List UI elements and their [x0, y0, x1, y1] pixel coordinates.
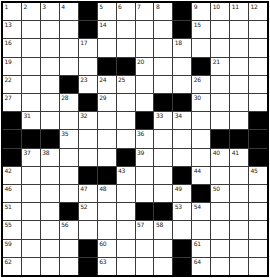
crossword-cell-r1c4[interactable]: 4: [60, 3, 78, 20]
crossword-cell-r4c13[interactable]: [230, 58, 248, 75]
clue-number: 53: [175, 203, 182, 210]
clue-number: 13: [5, 21, 12, 28]
crossword-cell-r8c7[interactable]: [117, 130, 135, 147]
clue-number: 42: [5, 167, 12, 174]
crossword-cell-r15c11[interactable]: 64: [192, 258, 210, 275]
crossword-cell-r14c1[interactable]: 59: [3, 240, 21, 257]
crossword-cell-r13c9[interactable]: 58: [154, 221, 172, 238]
crossword-cell-r6c13[interactable]: [230, 94, 248, 111]
clue-number: 19: [5, 58, 12, 65]
clue-number: 33: [156, 112, 163, 119]
crossword-cell-r3c12[interactable]: [211, 39, 229, 56]
clue-number: 11: [232, 3, 239, 10]
clue-number: 35: [61, 130, 68, 137]
crossword-cell-r7c10[interactable]: 34: [173, 112, 191, 129]
crossword-cell-r9c8[interactable]: 39: [136, 149, 154, 166]
crossword-cell-r12c7[interactable]: [117, 203, 135, 220]
black-square-r8c1: [3, 130, 21, 147]
crossword-cell-r5c5[interactable]: 23: [79, 76, 97, 93]
crossword-cell-r15c4[interactable]: [60, 258, 78, 275]
black-square-r15c5: [79, 258, 97, 275]
black-square-r6c9: [154, 94, 172, 111]
crossword-cell-r7c4[interactable]: [60, 112, 78, 129]
crossword-cell-r9c4[interactable]: [60, 149, 78, 166]
clue-number: 14: [99, 21, 106, 28]
crossword-cell-r10c13[interactable]: [230, 167, 248, 184]
black-square-r7c1: [3, 112, 21, 129]
crossword-cell-r12c10[interactable]: 53: [173, 203, 191, 220]
clue-number: 36: [137, 130, 144, 137]
crossword-cell-r11c5[interactable]: 47: [79, 185, 97, 202]
crossword-cell-r2c4[interactable]: [60, 21, 78, 38]
crossword-cell-r10c8[interactable]: [136, 167, 154, 184]
crossword-cell-r10c9[interactable]: [154, 167, 172, 184]
black-square-r8c3: [41, 130, 59, 147]
crossword-cell-r10c14[interactable]: 45: [249, 167, 267, 184]
crossword-cell-r6c4[interactable]: 28: [60, 94, 78, 111]
clue-number: 55: [5, 221, 12, 228]
crossword-cell-r3c14[interactable]: [249, 39, 267, 56]
crossword-cell-r1c8[interactable]: 7: [136, 3, 154, 20]
crossword-cell-r9c6[interactable]: [98, 149, 116, 166]
crossword-cell-r14c9[interactable]: [154, 240, 172, 257]
crossword-cell-r14c12[interactable]: [211, 240, 229, 257]
crossword-cell-r13c2[interactable]: [22, 221, 40, 238]
crossword-cell-r8c6[interactable]: [98, 130, 116, 147]
crossword-cell-r9c5[interactable]: [79, 149, 97, 166]
crossword-cell-r13c3[interactable]: [41, 221, 59, 238]
crossword-cell-r6c14[interactable]: [249, 94, 267, 111]
clue-number: 5: [99, 3, 103, 10]
black-square-r9c7: [117, 149, 135, 166]
clue-number: 61: [194, 240, 201, 247]
crossword-cell-r7c12[interactable]: [211, 112, 229, 129]
clue-number: 4: [61, 3, 65, 10]
clue-number: 48: [99, 185, 106, 192]
black-square-r10c6: [98, 167, 116, 184]
clue-number: 20: [137, 58, 144, 65]
crossword-cell-r6c1[interactable]: 27: [3, 94, 21, 111]
clue-number: 60: [99, 240, 106, 247]
crossword-cell-r13c8[interactable]: 57: [136, 221, 154, 238]
black-square-r14c10: [173, 240, 191, 257]
clue-number: 41: [232, 149, 239, 156]
black-square-r14c5: [79, 240, 97, 257]
clue-number: 15: [194, 21, 201, 28]
crossword-cell-r10c11[interactable]: 44: [192, 167, 210, 184]
crossword-cell-r6c12[interactable]: [211, 94, 229, 111]
crossword-cell-r3c4[interactable]: [60, 39, 78, 56]
crossword-cell-r13c14[interactable]: [249, 221, 267, 238]
crossword-cell-r4c14[interactable]: [249, 58, 267, 75]
crossword-cell-r12c5[interactable]: 52: [79, 203, 97, 220]
crossword-cell-r12c3[interactable]: [41, 203, 59, 220]
crossword-cell-r5c11[interactable]: 26: [192, 76, 210, 93]
crossword-cell-r4c4[interactable]: [60, 58, 78, 75]
clue-number: 49: [175, 185, 182, 192]
crossword-cell-r10c4[interactable]: [60, 167, 78, 184]
crossword-cell-r1c13[interactable]: 11: [230, 3, 248, 20]
black-square-r10c10: [173, 167, 191, 184]
clue-number: 3: [42, 3, 46, 10]
crossword-cell-r3c7[interactable]: [117, 39, 135, 56]
clue-number: 32: [80, 112, 87, 119]
crossword-cell-r2c13[interactable]: [230, 21, 248, 38]
clue-number: 59: [5, 240, 12, 247]
crossword-cell-r4c8[interactable]: 20: [136, 58, 154, 75]
clue-number: 12: [251, 3, 258, 10]
black-square-r12c9: [154, 203, 172, 220]
clue-number: 37: [23, 149, 30, 156]
crossword-cell-r7c5[interactable]: 32: [79, 112, 97, 129]
crossword-cell-r5c2[interactable]: [22, 76, 40, 93]
black-square-r8c13: [230, 130, 248, 147]
crossword-cell-r3c8[interactable]: [136, 39, 154, 56]
crossword-cell-r1c14[interactable]: 12: [249, 3, 267, 20]
crossword-cell-r5c12[interactable]: [211, 76, 229, 93]
clue-number: 24: [99, 76, 106, 83]
crossword-cell-r15c12[interactable]: [211, 258, 229, 275]
crossword-cell-r4c2[interactable]: [22, 58, 40, 75]
crossword-cell-r5c1[interactable]: 22: [3, 76, 21, 93]
crossword-cell-r2c6[interactable]: 14: [98, 21, 116, 38]
clue-number: 16: [5, 39, 12, 46]
crossword-cell-r7c11[interactable]: [192, 112, 210, 129]
clue-number: 43: [118, 167, 125, 174]
crossword-cell-r9c3[interactable]: 38: [41, 149, 59, 166]
crossword-cell-r13c11[interactable]: [192, 221, 210, 238]
crossword-cell-r6c3[interactable]: [41, 94, 59, 111]
crossword-cell-r3c10[interactable]: 18: [173, 39, 191, 56]
crossword-cell-r14c7[interactable]: [117, 240, 135, 257]
crossword-cell-r3c2[interactable]: [22, 39, 40, 56]
crossword-cell-r10c12[interactable]: [211, 167, 229, 184]
clue-number: 58: [156, 221, 163, 228]
black-square-r1c10: [173, 3, 191, 20]
crossword-cell-r2c3[interactable]: [41, 21, 59, 38]
crossword-cell-r2c11[interactable]: 15: [192, 21, 210, 38]
crossword-cell-r14c4[interactable]: [60, 240, 78, 257]
crossword-cell-r1c2[interactable]: 2: [22, 3, 40, 20]
crossword-cell-r8c9[interactable]: [154, 130, 172, 147]
crossword-cell-r8c4[interactable]: 35: [60, 130, 78, 147]
crossword-cell-r2c12[interactable]: [211, 21, 229, 38]
crossword-cell-r12c11[interactable]: 54: [192, 203, 210, 220]
black-square-r8c2: [22, 130, 40, 147]
clue-number: 29: [99, 94, 106, 101]
crossword-cell-r8c5[interactable]: [79, 130, 97, 147]
clue-number: 6: [118, 3, 122, 10]
crossword-cell-r15c7[interactable]: [117, 258, 135, 275]
crossword-cell-r15c1[interactable]: 62: [3, 258, 21, 275]
clue-number: 38: [42, 149, 49, 156]
clue-number: 23: [80, 76, 87, 83]
crossword-cell-r2c8[interactable]: [136, 21, 154, 38]
clue-number: 7: [137, 3, 141, 10]
crossword-cell-r15c9[interactable]: [154, 258, 172, 275]
crossword-cell-r3c9[interactable]: [154, 39, 172, 56]
crossword-cell-r1c3[interactable]: 3: [41, 3, 59, 20]
crossword-cell-r9c12[interactable]: 40: [211, 149, 229, 166]
crossword-cell-r4c9[interactable]: [154, 58, 172, 75]
crossword-cell-r9c11[interactable]: [192, 149, 210, 166]
black-square-r5c4: [60, 76, 78, 93]
crossword-cell-r11c3[interactable]: [41, 185, 59, 202]
crossword-cell-r11c2[interactable]: [22, 185, 40, 202]
crossword-cell-r11c8[interactable]: [136, 185, 154, 202]
clue-number: 22: [5, 76, 12, 83]
black-square-r8c14: [249, 130, 267, 147]
crossword-cell-r8c10[interactable]: [173, 130, 191, 147]
black-square-r10c5: [79, 167, 97, 184]
crossword-cell-r3c11[interactable]: [192, 39, 210, 56]
clue-number: 63: [99, 258, 106, 265]
clue-number: 40: [213, 149, 220, 156]
crossword-cell-r7c3[interactable]: [41, 112, 59, 129]
crossword-cell-r1c11[interactable]: 9: [192, 3, 210, 20]
clue-number: 10: [213, 3, 220, 10]
crossword-cell-r12c12[interactable]: [211, 203, 229, 220]
crossword-cell-r12c1[interactable]: 51: [3, 203, 21, 220]
crossword-cell-r14c13[interactable]: [230, 240, 248, 257]
clue-number: 62: [5, 258, 12, 265]
crossword-cell-r10c2[interactable]: [22, 167, 40, 184]
crossword-cell-r5c9[interactable]: [154, 76, 172, 93]
crossword-cell-r3c6[interactable]: [98, 39, 116, 56]
black-square-r9c1: [3, 149, 21, 166]
crossword-cell-r11c10[interactable]: 49: [173, 185, 191, 202]
crossword-cell-r4c10[interactable]: [173, 58, 191, 75]
crossword-cell-r1c1[interactable]: 1: [3, 3, 21, 20]
crossword-cell-r7c7[interactable]: [117, 112, 135, 129]
crossword-cell-r15c8[interactable]: [136, 258, 154, 275]
crossword-cell-r5c3[interactable]: [41, 76, 59, 93]
black-square-r15c10: [173, 258, 191, 275]
crossword-cell-r6c2[interactable]: [22, 94, 40, 111]
clue-number: 8: [156, 3, 160, 10]
crossword-cell-r10c3[interactable]: [41, 167, 59, 184]
crossword-cell-r13c13[interactable]: [230, 221, 248, 238]
crossword-cell-r3c13[interactable]: [230, 39, 248, 56]
crossword-cell-r13c7[interactable]: [117, 221, 135, 238]
crossword-cell-r11c1[interactable]: 46: [3, 185, 21, 202]
black-square-r4c11: [192, 58, 210, 75]
clue-number: 54: [194, 203, 201, 210]
black-square-r11c11: [192, 185, 210, 202]
crossword-cell-r10c1[interactable]: 42: [3, 167, 21, 184]
crossword-cell-r3c1[interactable]: 16: [3, 39, 21, 56]
clue-number: 25: [118, 76, 125, 83]
crossword-cell-r6c8[interactable]: [136, 94, 154, 111]
crossword-cell-r9c10[interactable]: [173, 149, 191, 166]
crossword-cell-r9c9[interactable]: [154, 149, 172, 166]
crossword-cell-r3c5[interactable]: 17: [79, 39, 97, 56]
black-square-r12c4: [60, 203, 78, 220]
crossword-cell-r7c2[interactable]: 31: [22, 112, 40, 129]
crossword-cell-r12c13[interactable]: [230, 203, 248, 220]
crossword-cell-r11c9[interactable]: [154, 185, 172, 202]
crossword-cell-r1c12[interactable]: 10: [211, 3, 229, 20]
clue-number: 50: [213, 185, 220, 192]
crossword-cell-r2c2[interactable]: [22, 21, 40, 38]
crossword-cell-r13c12[interactable]: [211, 221, 229, 238]
crossword-board: 1234567891011121314151617181920212223242…: [1, 1, 269, 277]
crossword-cell-r2c14[interactable]: [249, 21, 267, 38]
crossword-cell-r1c6[interactable]: 5: [98, 3, 116, 20]
clue-number: 46: [5, 185, 12, 192]
clue-number: 57: [137, 221, 144, 228]
crossword-cell-r5c10[interactable]: [173, 76, 191, 93]
black-square-r2c5: [79, 21, 97, 38]
crossword-cell-r6c6[interactable]: 29: [98, 94, 116, 111]
crossword-cell-r13c1[interactable]: 55: [3, 221, 21, 238]
clue-number: 2: [23, 3, 27, 10]
crossword-cell-r11c6[interactable]: 48: [98, 185, 116, 202]
crossword-cell-r14c2[interactable]: [22, 240, 40, 257]
black-square-r8c12: [211, 130, 229, 147]
crossword-cell-r15c6[interactable]: 63: [98, 258, 116, 275]
clue-number: 18: [175, 39, 182, 46]
crossword-cell-r11c12[interactable]: 50: [211, 185, 229, 202]
crossword-cell-r1c9[interactable]: 8: [154, 3, 172, 20]
clue-number: 34: [175, 112, 182, 119]
black-square-r1c5: [79, 3, 97, 20]
black-square-r4c6: [98, 58, 116, 75]
crossword-cell-r5c6[interactable]: 24: [98, 76, 116, 93]
black-square-r4c7: [117, 58, 135, 75]
clue-number: 51: [5, 203, 12, 210]
crossword-cell-r13c10[interactable]: [173, 221, 191, 238]
black-square-r7c8: [136, 112, 154, 129]
crossword-cell-r12c14[interactable]: [249, 203, 267, 220]
crossword-cell-r7c13[interactable]: [230, 112, 248, 129]
clue-number: 52: [80, 203, 87, 210]
black-square-r6c5: [79, 94, 97, 111]
clue-number: 1: [5, 3, 9, 10]
crossword-cell-r10c7[interactable]: 43: [117, 167, 135, 184]
clue-number: 17: [80, 39, 87, 46]
crossword-cell-r11c4[interactable]: [60, 185, 78, 202]
crossword-cell-r2c7[interactable]: [117, 21, 135, 38]
black-square-r7c14: [249, 112, 267, 129]
crossword-cell-r5c13[interactable]: [230, 76, 248, 93]
crossword-cell-r14c8[interactable]: [136, 240, 154, 257]
clue-number: 26: [194, 76, 201, 83]
crossword-cell-r11c14[interactable]: [249, 185, 267, 202]
crossword-cell-r9c13[interactable]: 41: [230, 149, 248, 166]
clue-number: 47: [80, 185, 87, 192]
crossword-cell-r12c2[interactable]: [22, 203, 40, 220]
black-square-r6c10: [173, 94, 191, 111]
crossword-cell-r11c13[interactable]: [230, 185, 248, 202]
clue-number: 39: [137, 149, 144, 156]
crossword-cell-r8c11[interactable]: [192, 130, 210, 147]
crossword-cell-r15c14[interactable]: [249, 258, 267, 275]
clue-number: 64: [194, 258, 201, 265]
clue-number: 45: [251, 167, 258, 174]
crossword-cell-r3c3[interactable]: [41, 39, 59, 56]
crossword-cell-r4c5[interactable]: [79, 58, 97, 75]
crossword-cell-r6c11[interactable]: 30: [192, 94, 210, 111]
crossword-cell-r13c5[interactable]: [79, 221, 97, 238]
crossword-cell-r2c9[interactable]: [154, 21, 172, 38]
clue-number: 44: [194, 167, 201, 174]
clue-number: 9: [194, 3, 198, 10]
crossword-cell-r11c7[interactable]: [117, 185, 135, 202]
crossword-cell-r15c3[interactable]: [41, 258, 59, 275]
black-square-r9c14: [249, 149, 267, 166]
crossword-cell-r1c7[interactable]: 6: [117, 3, 135, 20]
clue-number: 21: [213, 58, 220, 65]
crossword-cell-r13c4[interactable]: 56: [60, 221, 78, 238]
crossword-cell-r12c6[interactable]: [98, 203, 116, 220]
clue-number: 31: [23, 112, 30, 119]
crossword-cell-r15c13[interactable]: [230, 258, 248, 275]
crossword-cell-r2c1[interactable]: 13: [3, 21, 21, 38]
crossword-cell-r5c7[interactable]: 25: [117, 76, 135, 93]
black-square-r2c10: [173, 21, 191, 38]
crossword-cell-r4c1[interactable]: 19: [3, 58, 21, 75]
crossword-cell-r15c2[interactable]: [22, 258, 40, 275]
crossword-cell-r8c8[interactable]: 36: [136, 130, 154, 147]
crossword-cell-r13c6[interactable]: [98, 221, 116, 238]
crossword-cell-r14c6[interactable]: 60: [98, 240, 116, 257]
clue-number: 30: [194, 94, 201, 101]
black-square-r12c8: [136, 203, 154, 220]
crossword-cell-r5c14[interactable]: [249, 76, 267, 93]
crossword-cell-r4c12[interactable]: 21: [211, 58, 229, 75]
crossword-cell-r4c3[interactable]: [41, 58, 59, 75]
crossword-cell-r14c14[interactable]: [249, 240, 267, 257]
clue-number: 27: [5, 94, 12, 101]
clue-number: 28: [61, 94, 68, 101]
crossword-cell-r14c3[interactable]: [41, 240, 59, 257]
crossword-cell-r14c11[interactable]: 61: [192, 240, 210, 257]
crossword-cell-r9c2[interactable]: 37: [22, 149, 40, 166]
crossword-cell-r7c9[interactable]: 33: [154, 112, 172, 129]
crossword-cell-r5c8[interactable]: [136, 76, 154, 93]
crossword-cell-r6c7[interactable]: [117, 94, 135, 111]
clue-number: 56: [61, 221, 68, 228]
crossword-cell-r7c6[interactable]: [98, 112, 116, 129]
